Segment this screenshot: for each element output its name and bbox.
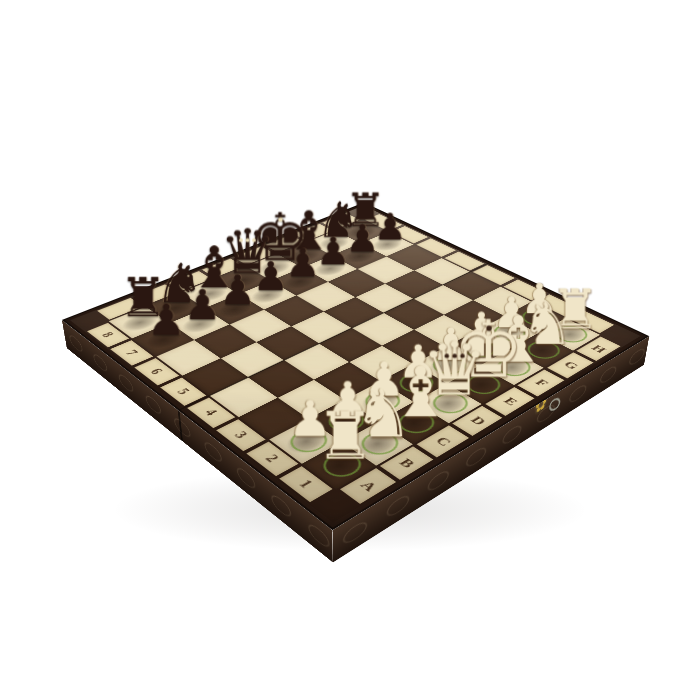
coordinate-label: 4 bbox=[201, 407, 222, 418]
coordinate-label: 2 bbox=[261, 452, 283, 465]
coordinate-label: 5 bbox=[173, 386, 193, 397]
chess-set-photo: 87654321ABCDEFGH♜♞♝♛♚♝♞♜♟♟♟♟♟♟♟♟♟♟♟♟♟♟♟♟… bbox=[0, 0, 700, 700]
coordinate-label: 1 bbox=[295, 477, 317, 491]
piece-glyph: ♟ bbox=[115, 299, 217, 342]
board-top: 87654321ABCDEFGH♜♞♝♛♚♝♞♜♟♟♟♟♟♟♟♟♟♟♟♟♟♟♟♟… bbox=[62, 203, 650, 531]
coordinate-label: A bbox=[356, 478, 381, 494]
board-slab: 87654321ABCDEFGH♜♞♝♛♚♝♞♜♟♟♟♟♟♟♟♟♟♟♟♟♟♟♟♟… bbox=[62, 203, 650, 531]
coordinate-label: 6 bbox=[147, 366, 167, 376]
piece-glyph: ♜ bbox=[284, 404, 405, 470]
fold-seam-notch bbox=[178, 410, 183, 442]
coordinate-label: 7 bbox=[122, 348, 141, 358]
coordinate-label: 3 bbox=[230, 429, 251, 441]
clasp-ring-icon bbox=[547, 398, 562, 411]
